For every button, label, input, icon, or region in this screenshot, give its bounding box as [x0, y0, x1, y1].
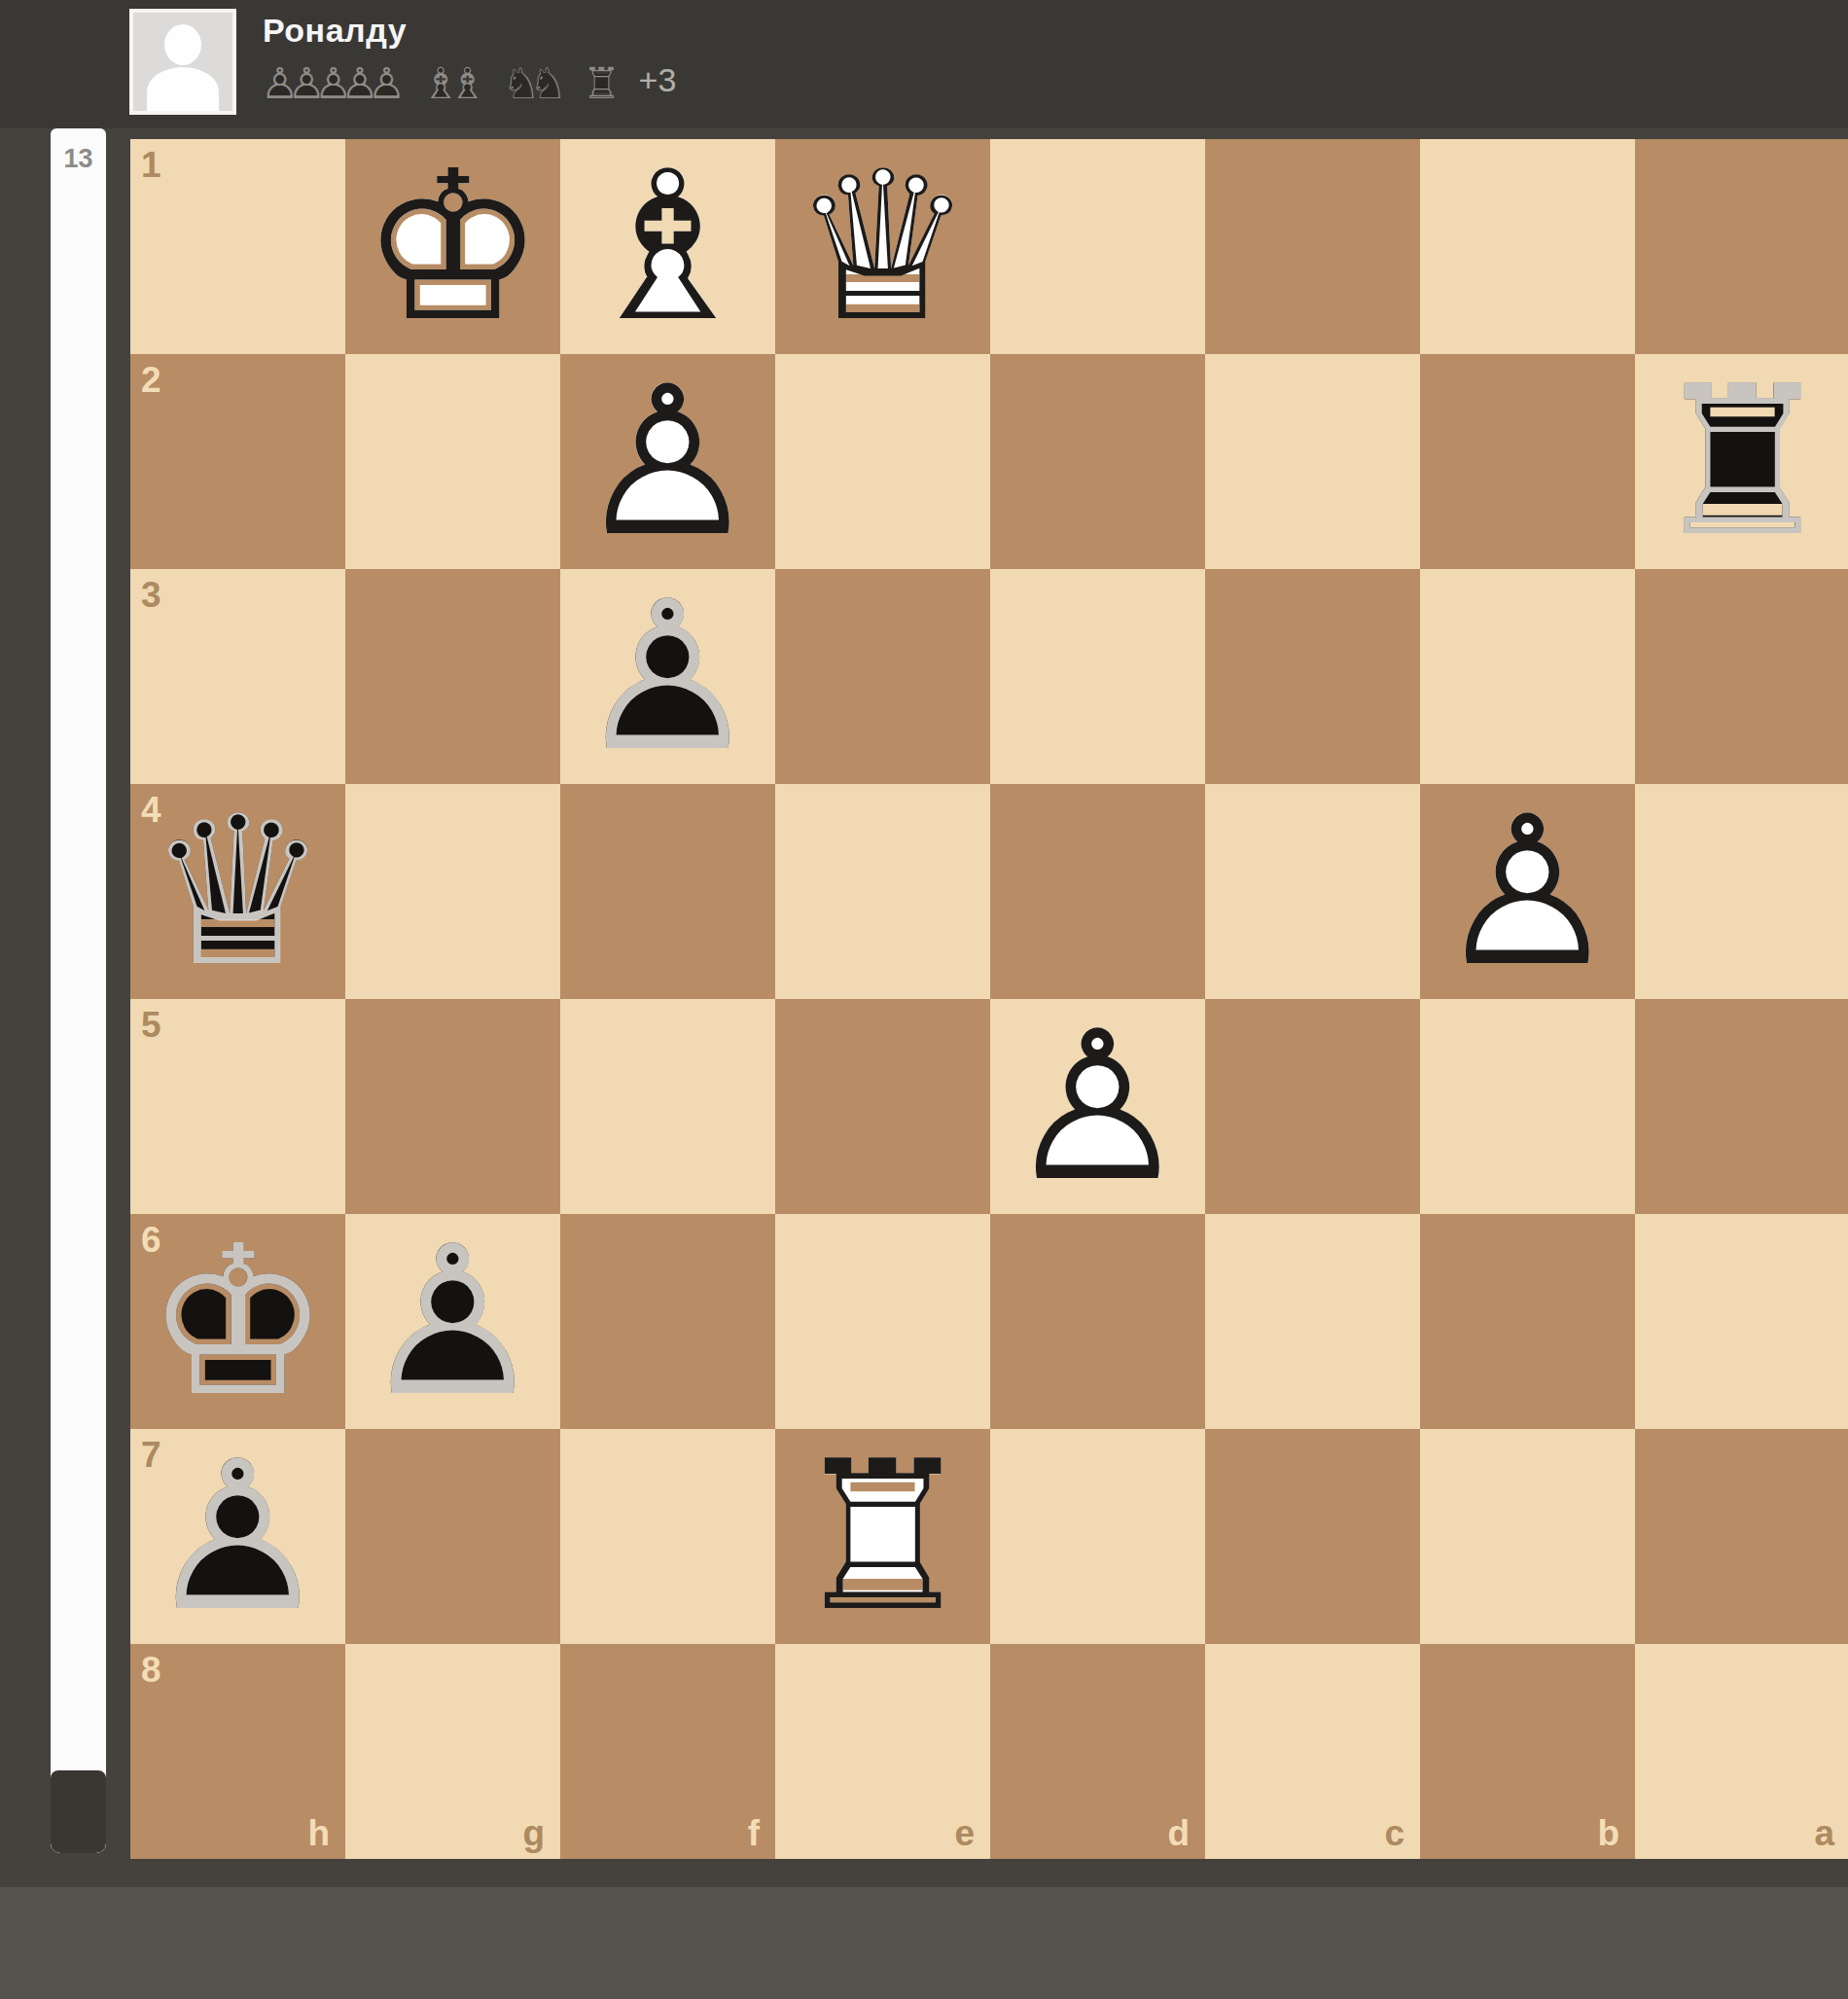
file-label-a: a: [1814, 1815, 1834, 1851]
square-b5[interactable]: [1420, 999, 1635, 1214]
square-d8[interactable]: d: [990, 1644, 1205, 1859]
square-a3[interactable]: [1635, 569, 1848, 784]
file-label-f: f: [748, 1815, 760, 1851]
black-knight-icon: ♞♘: [529, 62, 567, 105]
square-a4[interactable]: [1635, 784, 1848, 999]
square-e8[interactable]: e: [775, 1644, 990, 1859]
square-f4[interactable]: [560, 784, 775, 999]
square-a6[interactable]: [1635, 1214, 1848, 1429]
white-queen[interactable]: ♛♕: [775, 139, 990, 354]
chess-board: 1♚♔♝♗♛♕2♟♙♜♖3♟♙4♛♕♟♙5♟♙6♚♔♟♙7♟♙♜♖8hgfedc…: [130, 139, 1848, 1859]
white-pawn[interactable]: ♟♙: [1420, 784, 1635, 999]
square-h3[interactable]: 3: [130, 569, 345, 784]
white-pawn[interactable]: ♟♙: [560, 354, 775, 569]
square-e1[interactable]: ♛♕: [775, 139, 990, 354]
square-c8[interactable]: c: [1205, 1644, 1420, 1859]
square-h6[interactable]: 6♚♔: [130, 1214, 345, 1429]
square-b4[interactable]: ♟♙: [1420, 784, 1635, 999]
square-b6[interactable]: [1420, 1214, 1635, 1429]
black-pawn-icon: ♟♙: [368, 62, 406, 105]
black-king[interactable]: ♚♔: [130, 1214, 345, 1429]
evaluation-bar: 13: [51, 128, 106, 1853]
square-g6[interactable]: ♟♙: [345, 1214, 560, 1429]
square-h4[interactable]: 4♛♕: [130, 784, 345, 999]
square-b8[interactable]: b: [1420, 1644, 1635, 1859]
square-g4[interactable]: [345, 784, 560, 999]
square-h2[interactable]: 2: [130, 354, 345, 569]
square-d3[interactable]: [990, 569, 1205, 784]
square-e2[interactable]: [775, 354, 990, 569]
square-d1[interactable]: [990, 139, 1205, 354]
square-c5[interactable]: [1205, 999, 1420, 1214]
square-c7[interactable]: [1205, 1429, 1420, 1644]
file-label-e: e: [954, 1815, 975, 1851]
top-player-name: Роналду: [263, 12, 407, 50]
square-e6[interactable]: [775, 1214, 990, 1429]
square-f6[interactable]: [560, 1214, 775, 1429]
square-c2[interactable]: [1205, 354, 1420, 569]
square-c6[interactable]: [1205, 1214, 1420, 1429]
captured-knight-group: ♞♘♞♘: [502, 62, 567, 105]
square-h1[interactable]: 1: [130, 139, 345, 354]
square-b3[interactable]: [1420, 569, 1635, 784]
captured-pawn-group: ♟♙♟♙♟♙♟♙♟♙: [261, 62, 406, 105]
square-e7[interactable]: ♜♖: [775, 1429, 990, 1644]
evaluation-black-segment: [51, 1770, 106, 1853]
square-b1[interactable]: [1420, 139, 1635, 354]
black-queen[interactable]: ♛♕: [130, 784, 345, 999]
square-h5[interactable]: 5: [130, 999, 345, 1214]
square-f7[interactable]: [560, 1429, 775, 1644]
black-rook[interactable]: ♜♖: [1635, 354, 1848, 569]
black-rook-icon: ♜♖: [583, 62, 621, 105]
square-c3[interactable]: [1205, 569, 1420, 784]
square-g7[interactable]: [345, 1429, 560, 1644]
avatar-head-icon: [164, 24, 201, 65]
rank-label-8: 8: [141, 1652, 161, 1688]
square-d2[interactable]: [990, 354, 1205, 569]
square-c4[interactable]: [1205, 784, 1420, 999]
captured-bishop-group: ♝♗♝♗: [421, 62, 486, 105]
rank-label-2: 2: [141, 362, 161, 398]
rank-label-1: 1: [141, 147, 161, 183]
evaluation-value: 13: [51, 144, 106, 174]
square-a1[interactable]: [1635, 139, 1848, 354]
white-rook[interactable]: ♜♖: [775, 1429, 990, 1644]
square-d6[interactable]: [990, 1214, 1205, 1429]
top-player-bar: Роналду ♟♙♟♙♟♙♟♙♟♙♝♗♝♗♞♘♞♘♜♖+3: [0, 0, 1848, 128]
square-f5[interactable]: [560, 999, 775, 1214]
square-f3[interactable]: ♟♙: [560, 569, 775, 784]
white-bishop[interactable]: ♝♗: [560, 139, 775, 354]
square-e5[interactable]: [775, 999, 990, 1214]
square-h7[interactable]: 7♟♙: [130, 1429, 345, 1644]
square-g2[interactable]: [345, 354, 560, 569]
file-label-b: b: [1597, 1815, 1619, 1851]
file-label-c: c: [1384, 1815, 1404, 1851]
square-d4[interactable]: [990, 784, 1205, 999]
square-a2[interactable]: ♜♖: [1635, 354, 1848, 569]
black-pawn[interactable]: ♟♙: [560, 569, 775, 784]
square-g3[interactable]: [345, 569, 560, 784]
avatar-body-icon: [147, 67, 219, 115]
black-bishop-icon: ♝♗: [448, 62, 486, 105]
black-pawn[interactable]: ♟♙: [345, 1214, 560, 1429]
square-g5[interactable]: [345, 999, 560, 1214]
bottom-player-bar: Месси ♟♙♟♙♟♙♟♙♟♙♝♗♞♘♞♘♜♖: [0, 1887, 1848, 1999]
material-advantage: +3: [639, 61, 677, 99]
square-b7[interactable]: [1420, 1429, 1635, 1644]
square-e3[interactable]: [775, 569, 990, 784]
square-c1[interactable]: [1205, 139, 1420, 354]
square-a8[interactable]: a: [1635, 1644, 1848, 1859]
captured-rook-group: ♜♖: [583, 62, 621, 105]
rank-label-5: 5: [141, 1007, 161, 1043]
square-g1[interactable]: ♚♔: [345, 139, 560, 354]
white-pawn[interactable]: ♟♙: [990, 999, 1205, 1214]
square-d5[interactable]: ♟♙: [990, 999, 1205, 1214]
file-label-h: h: [307, 1815, 330, 1851]
square-a7[interactable]: [1635, 1429, 1848, 1644]
file-label-d: d: [1167, 1815, 1190, 1851]
square-b2[interactable]: [1420, 354, 1635, 569]
square-f1[interactable]: ♝♗: [560, 139, 775, 354]
black-pawn[interactable]: ♟♙: [130, 1429, 345, 1644]
square-f8[interactable]: f: [560, 1644, 775, 1859]
square-d7[interactable]: [990, 1429, 1205, 1644]
square-a5[interactable]: [1635, 999, 1848, 1214]
top-player-avatar: [129, 9, 236, 115]
top-captured-pieces: ♟♙♟♙♟♙♟♙♟♙♝♗♝♗♞♘♞♘♜♖+3: [261, 54, 676, 105]
square-f2[interactable]: ♟♙: [560, 354, 775, 569]
file-label-g: g: [522, 1815, 545, 1851]
rank-label-3: 3: [141, 577, 161, 613]
white-king[interactable]: ♚♔: [345, 139, 560, 354]
square-e4[interactable]: [775, 784, 990, 999]
square-h8[interactable]: 8h: [130, 1644, 345, 1859]
square-g8[interactable]: g: [345, 1644, 560, 1859]
